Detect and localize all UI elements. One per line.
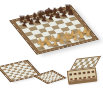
product-photo-collage: ♜♞♝♛♚♝♞♜♟♟♟♟♟♟♟♟♟♟♟♟♟♟♟♟♜♞♝♛♚♝♞♜ xyxy=(0,0,103,90)
square xyxy=(59,77,62,78)
thumbnail-steep-angle-board xyxy=(35,71,66,84)
thumbnail-folded-board-with-pieces xyxy=(64,54,101,88)
thumbnail-flat-empty-board xyxy=(0,60,40,81)
piece-white-rook: ♜ xyxy=(85,30,93,39)
chess-board: ♜♞♝♛♚♝♞♜♟♟♟♟♟♟♟♟♟♟♟♟♟♟♟♟♜♞♝♛♚♝♞♜ xyxy=(10,6,97,54)
square: ♜ xyxy=(83,34,93,39)
